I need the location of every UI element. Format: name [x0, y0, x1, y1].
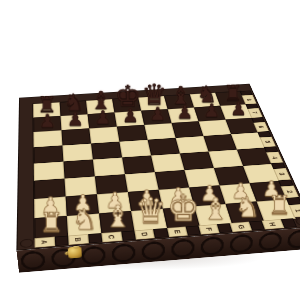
black-king: ♚	[114, 81, 141, 110]
square-c5	[91, 142, 122, 160]
square-d5	[119, 140, 151, 158]
square-d4	[122, 155, 155, 174]
square-d3	[125, 172, 159, 192]
chess-set-photo: ♜♞♝♚♛♝♞♜♟♟♟♟♟♟♟♟♟♟♟♟♟♟♟♟♜♞♝♛♚♝♞♜ ABCDEFG…	[0, 0, 300, 300]
white-pawn: ♟	[99, 190, 131, 211]
file-label-D: D	[134, 229, 155, 240]
square-f5	[176, 136, 209, 153]
square-d1: ♛	[131, 209, 167, 232]
square-e6	[144, 123, 175, 140]
white-pawn: ♟	[34, 194, 66, 216]
square-c3	[95, 174, 128, 194]
black-rook: ♜	[33, 94, 60, 116]
brass-clasp	[64, 243, 85, 262]
square-d2: ♟	[128, 190, 163, 211]
white-pawn: ♟	[67, 192, 99, 213]
file-label-G: G	[230, 222, 253, 232]
square-f3	[184, 168, 219, 188]
file-label-A: A	[35, 237, 55, 248]
strip-spacer	[281, 218, 297, 228]
square-b3	[65, 176, 97, 196]
square-a1: ♜	[34, 216, 68, 239]
board-top-surface: ♜♞♝♚♛♝♞♜♟♟♟♟♟♟♟♟♟♟♟♟♟♟♟♟♜♞♝♛♚♝♞♜ ABCDEFG…	[16, 84, 300, 251]
square-h4	[237, 148, 272, 166]
square-e3	[155, 170, 189, 190]
square-a3	[34, 179, 66, 199]
square-e4	[151, 153, 184, 172]
square-b5	[62, 144, 92, 162]
square-b2: ♟	[66, 194, 99, 216]
square-c4	[93, 157, 125, 176]
square-c2: ♟	[97, 192, 131, 213]
black-queen: ♛	[141, 81, 168, 109]
square-c6	[89, 127, 119, 144]
square-e7: ♟	[141, 109, 171, 125]
white-pawn: ♟	[194, 183, 226, 204]
square-a2: ♟	[34, 197, 67, 219]
file-label-E: E	[167, 227, 188, 238]
black-knight: ♞	[61, 91, 88, 114]
chess-board-3d: ♜♞♝♚♛♝♞♜♟♟♟♟♟♟♟♟♟♟♟♟♟♟♟♟♜♞♝♛♚♝♞♜ ABCDEFG…	[16, 84, 300, 251]
square-g5	[203, 134, 236, 151]
square-g4	[208, 150, 243, 168]
carved-corner-circle	[20, 238, 34, 248]
square-e5	[148, 138, 180, 156]
square-b1: ♞	[67, 213, 102, 236]
square-b6	[61, 128, 91, 145]
black-bishop: ♝	[88, 88, 115, 112]
square-e2: ♟	[159, 188, 195, 209]
